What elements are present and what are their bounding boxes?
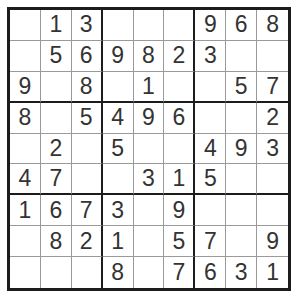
cell-r2c8[interactable] — [226, 41, 257, 72]
cell-r2c1[interactable] — [10, 41, 41, 72]
cell-r5c6[interactable] — [164, 134, 195, 165]
cell-r5c2[interactable]: 2 — [41, 134, 72, 165]
cell-r7c8[interactable] — [226, 195, 257, 226]
cell-r6c3[interactable] — [72, 164, 103, 195]
cell-r2c9[interactable] — [257, 41, 288, 72]
cell-r6c6[interactable]: 1 — [164, 164, 195, 195]
cell-r5c4[interactable]: 5 — [103, 134, 134, 165]
cell-r9c1[interactable] — [10, 257, 41, 288]
cell-r9c3[interactable] — [72, 257, 103, 288]
cell-r2c4[interactable]: 9 — [103, 41, 134, 72]
cell-r3c8[interactable]: 5 — [226, 72, 257, 103]
cell-r4c9[interactable]: 2 — [257, 103, 288, 134]
cell-r1c9[interactable]: 8 — [257, 10, 288, 41]
cell-r3c5[interactable]: 1 — [134, 72, 165, 103]
cell-r8c6[interactable]: 5 — [164, 226, 195, 257]
cell-r3c6[interactable] — [164, 72, 195, 103]
cell-r5c3[interactable] — [72, 134, 103, 165]
cell-r5c7[interactable]: 4 — [195, 134, 226, 165]
cell-r1c8[interactable]: 6 — [226, 10, 257, 41]
cell-r9c5[interactable] — [134, 257, 165, 288]
cell-r6c2[interactable]: 7 — [41, 164, 72, 195]
cell-r7c6[interactable]: 9 — [164, 195, 195, 226]
cell-r5c1[interactable] — [10, 134, 41, 165]
cell-r4c7[interactable] — [195, 103, 226, 134]
cell-r6c4[interactable] — [103, 164, 134, 195]
cell-r8c7[interactable]: 7 — [195, 226, 226, 257]
sudoku-board: 1396856982398157854962254934731516739821… — [7, 7, 291, 291]
cell-r1c2[interactable]: 1 — [41, 10, 72, 41]
cell-r6c5[interactable]: 3 — [134, 164, 165, 195]
cell-r9c4[interactable]: 8 — [103, 257, 134, 288]
cell-r6c1[interactable]: 4 — [10, 164, 41, 195]
cell-r1c1[interactable] — [10, 10, 41, 41]
cell-r8c5[interactable] — [134, 226, 165, 257]
cell-r2c3[interactable]: 6 — [72, 41, 103, 72]
cell-r8c9[interactable]: 9 — [257, 226, 288, 257]
cell-r4c8[interactable] — [226, 103, 257, 134]
cell-r3c3[interactable]: 8 — [72, 72, 103, 103]
cell-r1c5[interactable] — [134, 10, 165, 41]
cell-r9c8[interactable]: 3 — [226, 257, 257, 288]
cell-r9c6[interactable]: 7 — [164, 257, 195, 288]
cell-r7c7[interactable] — [195, 195, 226, 226]
cell-r2c2[interactable]: 5 — [41, 41, 72, 72]
cell-r3c9[interactable]: 7 — [257, 72, 288, 103]
cell-r1c7[interactable]: 9 — [195, 10, 226, 41]
cell-r3c1[interactable]: 9 — [10, 72, 41, 103]
cell-r4c4[interactable]: 4 — [103, 103, 134, 134]
cell-r4c3[interactable]: 5 — [72, 103, 103, 134]
cell-r9c9[interactable]: 1 — [257, 257, 288, 288]
cell-r9c2[interactable] — [41, 257, 72, 288]
cell-r6c9[interactable] — [257, 164, 288, 195]
cell-r7c9[interactable] — [257, 195, 288, 226]
cell-r5c5[interactable] — [134, 134, 165, 165]
cell-r8c2[interactable]: 8 — [41, 226, 72, 257]
cell-r7c4[interactable]: 3 — [103, 195, 134, 226]
cell-r4c2[interactable] — [41, 103, 72, 134]
cell-r6c7[interactable]: 5 — [195, 164, 226, 195]
cell-r1c4[interactable] — [103, 10, 134, 41]
cell-r7c2[interactable]: 6 — [41, 195, 72, 226]
cell-r3c4[interactable] — [103, 72, 134, 103]
cell-r2c5[interactable]: 8 — [134, 41, 165, 72]
cell-r8c1[interactable] — [10, 226, 41, 257]
cell-r8c8[interactable] — [226, 226, 257, 257]
cell-r7c3[interactable]: 7 — [72, 195, 103, 226]
cell-r4c5[interactable]: 9 — [134, 103, 165, 134]
cell-r1c6[interactable] — [164, 10, 195, 41]
cell-r4c1[interactable]: 8 — [10, 103, 41, 134]
cell-r5c9[interactable]: 3 — [257, 134, 288, 165]
cell-r6c8[interactable] — [226, 164, 257, 195]
cell-r2c7[interactable]: 3 — [195, 41, 226, 72]
cell-r7c1[interactable]: 1 — [10, 195, 41, 226]
cell-r1c3[interactable]: 3 — [72, 10, 103, 41]
cell-r9c7[interactable]: 6 — [195, 257, 226, 288]
cell-r2c6[interactable]: 2 — [164, 41, 195, 72]
cell-r3c2[interactable] — [41, 72, 72, 103]
cell-r8c4[interactable]: 1 — [103, 226, 134, 257]
cell-r5c8[interactable]: 9 — [226, 134, 257, 165]
cell-r3c7[interactable] — [195, 72, 226, 103]
cell-r7c5[interactable] — [134, 195, 165, 226]
cell-r4c6[interactable]: 6 — [164, 103, 195, 134]
cell-r8c3[interactable]: 2 — [72, 226, 103, 257]
